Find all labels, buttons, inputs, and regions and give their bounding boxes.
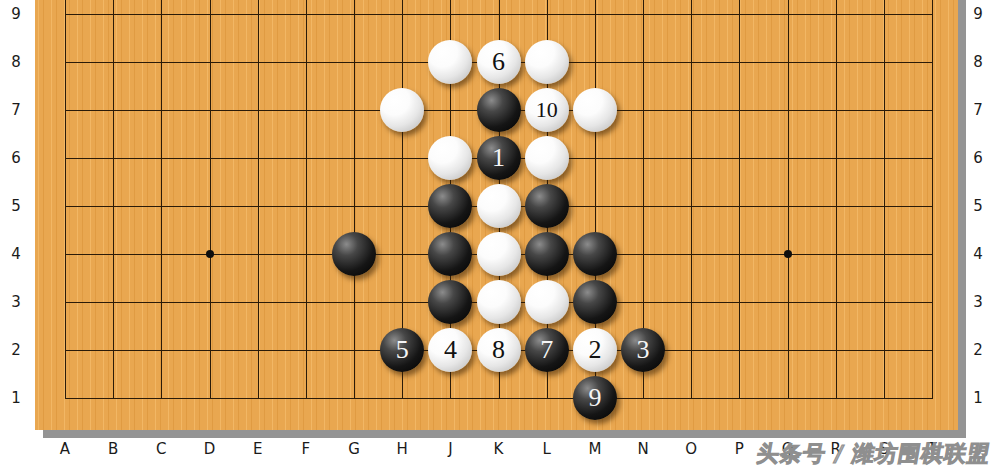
stone-L8 (525, 40, 569, 84)
stone-number: 2 (588, 328, 601, 372)
row-label-7: 7 (962, 101, 994, 119)
column-label-C: C (146, 440, 176, 458)
stone-M7 (573, 88, 617, 132)
row-label-9: 9 (0, 5, 32, 23)
stone-L4 (525, 232, 569, 276)
stone-K2: 8 (477, 328, 521, 372)
stone-L6 (525, 136, 569, 180)
stone-number: 4 (444, 328, 457, 372)
stone-K5 (477, 184, 521, 228)
row-label-8: 8 (962, 53, 994, 71)
row-label-2: 2 (962, 341, 994, 359)
row-label-6: 6 (962, 149, 994, 167)
stone-number: 7 (540, 328, 553, 372)
stone-L5 (525, 184, 569, 228)
board-shadow-bottom (43, 430, 966, 438)
stone-number: 9 (588, 376, 601, 420)
stone-J8 (428, 40, 472, 84)
grid-line-vertical (884, 0, 885, 399)
grid-line-vertical (691, 0, 692, 399)
column-label-E: E (243, 440, 273, 458)
row-label-7: 7 (0, 101, 32, 119)
grid-line-vertical (354, 0, 355, 399)
stone-K8: 6 (477, 40, 521, 84)
column-label-B: B (98, 440, 128, 458)
row-label-8: 8 (0, 53, 32, 71)
column-label-P: P (724, 440, 754, 458)
column-label-H: H (387, 440, 417, 458)
stone-M3 (573, 280, 617, 324)
stone-L2: 7 (525, 328, 569, 372)
row-label-4: 4 (962, 245, 994, 263)
stone-K4 (477, 232, 521, 276)
column-label-M: M (580, 440, 610, 458)
stone-number: 8 (492, 328, 505, 372)
grid-line-vertical (739, 0, 740, 399)
go-diagram: 61015487239 987654321 987654321 ABCDEFGH… (0, 0, 1000, 470)
stone-L7: 10 (525, 88, 569, 132)
go-board[interactable]: 61015487239 (35, 0, 958, 430)
row-label-4: 4 (0, 245, 32, 263)
stone-G4 (332, 232, 376, 276)
stone-H2: 5 (380, 328, 424, 372)
row-label-6: 6 (0, 149, 32, 167)
stone-K6: 1 (477, 136, 521, 180)
stone-M1: 9 (573, 376, 617, 420)
row-label-5: 5 (0, 197, 32, 215)
grid-line-vertical (932, 0, 933, 399)
row-label-5: 5 (962, 197, 994, 215)
stone-K7 (477, 88, 521, 132)
watermark: 头条号 / 潍坊围棋联盟 (754, 439, 993, 469)
stone-L3 (525, 280, 569, 324)
stone-M4 (573, 232, 617, 276)
stone-H7 (380, 88, 424, 132)
grid-line-vertical (210, 0, 211, 399)
grid-line-vertical (788, 0, 789, 399)
stone-J5 (428, 184, 472, 228)
row-label-1: 1 (962, 389, 994, 407)
stone-K3 (477, 280, 521, 324)
stone-number: 3 (637, 328, 650, 372)
stone-N2: 3 (621, 328, 665, 372)
row-label-1: 1 (0, 389, 32, 407)
row-label-3: 3 (962, 293, 994, 311)
stone-M2: 2 (573, 328, 617, 372)
grid-line-vertical (258, 0, 259, 399)
column-label-K: K (484, 440, 514, 458)
column-label-G: G (339, 440, 369, 458)
column-label-D: D (195, 440, 225, 458)
row-label-2: 2 (0, 341, 32, 359)
column-label-A: A (50, 440, 80, 458)
column-label-L: L (532, 440, 562, 458)
grid-line-horizontal (65, 14, 933, 15)
grid-line-vertical (306, 0, 307, 399)
column-label-N: N (628, 440, 658, 458)
column-label-J: J (435, 440, 465, 458)
stone-J2: 4 (428, 328, 472, 372)
stone-number: 6 (492, 40, 505, 84)
grid-line-vertical (836, 0, 837, 399)
grid-line-vertical (161, 0, 162, 399)
row-label-3: 3 (0, 293, 32, 311)
column-label-O: O (676, 440, 706, 458)
stone-number: 5 (396, 328, 409, 372)
grid-line-vertical (113, 0, 114, 399)
stone-number: 1 (492, 136, 505, 180)
grid-line-horizontal (65, 398, 933, 399)
star-point-Q4 (784, 250, 792, 258)
star-point-D4 (206, 250, 214, 258)
grid-line-vertical (65, 0, 66, 399)
row-label-9: 9 (962, 5, 994, 23)
stone-J3 (428, 280, 472, 324)
stone-number: 10 (536, 88, 558, 132)
stone-J4 (428, 232, 472, 276)
stone-J6 (428, 136, 472, 180)
column-label-F: F (291, 440, 321, 458)
